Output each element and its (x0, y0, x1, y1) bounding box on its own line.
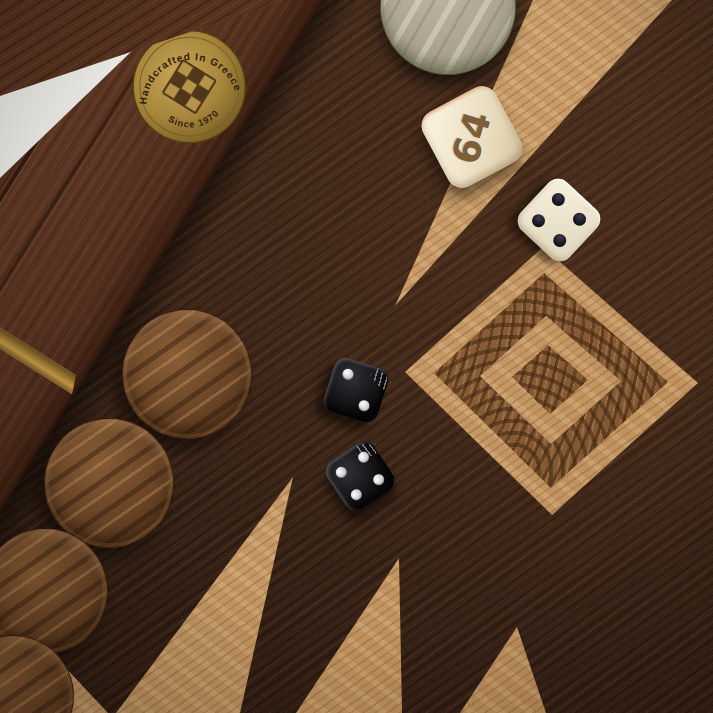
checker-grey-1[interactable] (380, 0, 516, 75)
checker-brown-2[interactable] (44, 418, 174, 548)
doubling-cube-value: 64 (444, 105, 501, 169)
white-die-4[interactable] (512, 173, 605, 266)
brass-hinge-strip (0, 316, 82, 394)
checker-brown-1[interactable] (122, 309, 252, 439)
black-die-4[interactable] (321, 437, 399, 515)
backgammon-board-photo: Handcrafted In Greece Since 1970 64 (0, 0, 713, 713)
black-die-2[interactable] (321, 355, 392, 426)
